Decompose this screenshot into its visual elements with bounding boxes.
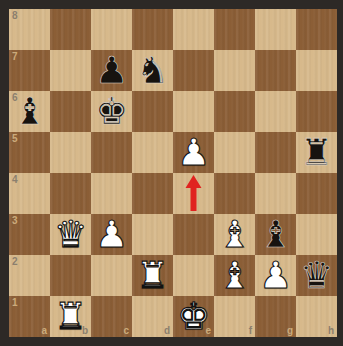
square-a2[interactable]: 2 xyxy=(9,255,50,296)
square-a1[interactable]: 1a xyxy=(9,296,50,337)
file-label-b: b xyxy=(82,326,88,336)
square-d5[interactable] xyxy=(132,132,173,173)
square-d2[interactable]: ♜ xyxy=(132,255,173,296)
square-c7[interactable]: ♟ xyxy=(91,50,132,91)
square-f6[interactable] xyxy=(214,91,255,132)
file-label-e: e xyxy=(205,326,211,336)
square-f1[interactable]: f xyxy=(214,296,255,337)
square-h2[interactable]: ♛ xyxy=(296,255,337,296)
chess-board: 87♟♞6♝♚5♟♜43♛♟♝♝2♜♝♟♛1ab♜cde♚fgh xyxy=(9,9,337,337)
rank-label-8: 8 xyxy=(12,11,18,21)
square-g8[interactable] xyxy=(255,9,296,50)
square-c6[interactable]: ♚ xyxy=(91,91,132,132)
square-g4[interactable] xyxy=(255,173,296,214)
square-a4[interactable]: 4 xyxy=(9,173,50,214)
file-label-a: a xyxy=(41,326,47,336)
file-label-c: c xyxy=(123,326,129,336)
square-f2[interactable]: ♝ xyxy=(214,255,255,296)
rank-label-3: 3 xyxy=(12,216,18,226)
square-c5[interactable] xyxy=(91,132,132,173)
square-f7[interactable] xyxy=(214,50,255,91)
piece-white-pawn[interactable]: ♟ xyxy=(259,255,292,296)
square-d1[interactable]: d xyxy=(132,296,173,337)
square-h5[interactable]: ♜ xyxy=(296,132,337,173)
piece-white-rook[interactable]: ♜ xyxy=(136,255,169,296)
square-a6[interactable]: 6♝ xyxy=(9,91,50,132)
file-label-f: f xyxy=(249,326,252,336)
square-b6[interactable] xyxy=(50,91,91,132)
rank-label-1: 1 xyxy=(12,298,18,308)
file-label-h: h xyxy=(328,326,334,336)
piece-white-bishop[interactable]: ♝ xyxy=(218,214,251,255)
square-c3[interactable]: ♟ xyxy=(91,214,132,255)
square-d4[interactable] xyxy=(132,173,173,214)
file-label-d: d xyxy=(164,326,170,336)
rank-label-6: 6 xyxy=(12,93,18,103)
square-f5[interactable] xyxy=(214,132,255,173)
square-b4[interactable] xyxy=(50,173,91,214)
square-a7[interactable]: 7 xyxy=(9,50,50,91)
rank-label-7: 7 xyxy=(12,52,18,62)
square-a5[interactable]: 5 xyxy=(9,132,50,173)
square-c4[interactable] xyxy=(91,173,132,214)
square-e7[interactable] xyxy=(173,50,214,91)
chess-board-frame: 87♟♞6♝♚5♟♜43♛♟♝♝2♜♝♟♛1ab♜cde♚fgh xyxy=(0,0,343,346)
square-c1[interactable]: c xyxy=(91,296,132,337)
piece-black-queen[interactable]: ♛ xyxy=(300,255,333,296)
square-e4[interactable] xyxy=(173,173,214,214)
square-b5[interactable] xyxy=(50,132,91,173)
square-e5[interactable]: ♟ xyxy=(173,132,214,173)
rank-label-4: 4 xyxy=(12,175,18,185)
square-d6[interactable] xyxy=(132,91,173,132)
square-f3[interactable]: ♝ xyxy=(214,214,255,255)
square-g3[interactable]: ♝ xyxy=(255,214,296,255)
square-c8[interactable] xyxy=(91,9,132,50)
square-d3[interactable] xyxy=(132,214,173,255)
square-d8[interactable] xyxy=(132,9,173,50)
square-c2[interactable] xyxy=(91,255,132,296)
square-e2[interactable] xyxy=(173,255,214,296)
square-b1[interactable]: b♜ xyxy=(50,296,91,337)
piece-black-knight[interactable]: ♞ xyxy=(136,50,169,91)
square-d7[interactable]: ♞ xyxy=(132,50,173,91)
square-f8[interactable] xyxy=(214,9,255,50)
square-e6[interactable] xyxy=(173,91,214,132)
square-h8[interactable] xyxy=(296,9,337,50)
square-h4[interactable] xyxy=(296,173,337,214)
square-b3[interactable]: ♛ xyxy=(50,214,91,255)
file-label-g: g xyxy=(287,326,293,336)
square-h6[interactable] xyxy=(296,91,337,132)
square-b7[interactable] xyxy=(50,50,91,91)
piece-black-bishop[interactable]: ♝ xyxy=(259,214,292,255)
piece-white-pawn[interactable]: ♟ xyxy=(177,132,210,173)
square-h3[interactable] xyxy=(296,214,337,255)
piece-white-pawn[interactable]: ♟ xyxy=(95,214,128,255)
square-g7[interactable] xyxy=(255,50,296,91)
square-g5[interactable] xyxy=(255,132,296,173)
piece-white-queen[interactable]: ♛ xyxy=(54,214,87,255)
square-h7[interactable] xyxy=(296,50,337,91)
square-e1[interactable]: e♚ xyxy=(173,296,214,337)
square-e3[interactable] xyxy=(173,214,214,255)
piece-black-pawn[interactable]: ♟ xyxy=(95,50,128,91)
square-g6[interactable] xyxy=(255,91,296,132)
square-e8[interactable] xyxy=(173,9,214,50)
square-g1[interactable]: g xyxy=(255,296,296,337)
square-b2[interactable] xyxy=(50,255,91,296)
piece-black-king[interactable]: ♚ xyxy=(95,91,128,132)
piece-black-rook[interactable]: ♜ xyxy=(300,132,333,173)
square-b8[interactable] xyxy=(50,9,91,50)
square-a8[interactable]: 8 xyxy=(9,9,50,50)
square-a3[interactable]: 3 xyxy=(9,214,50,255)
square-h1[interactable]: h xyxy=(296,296,337,337)
rank-label-2: 2 xyxy=(12,257,18,267)
piece-white-bishop[interactable]: ♝ xyxy=(218,255,251,296)
square-g2[interactable]: ♟ xyxy=(255,255,296,296)
rank-label-5: 5 xyxy=(12,134,18,144)
square-f4[interactable] xyxy=(214,173,255,214)
